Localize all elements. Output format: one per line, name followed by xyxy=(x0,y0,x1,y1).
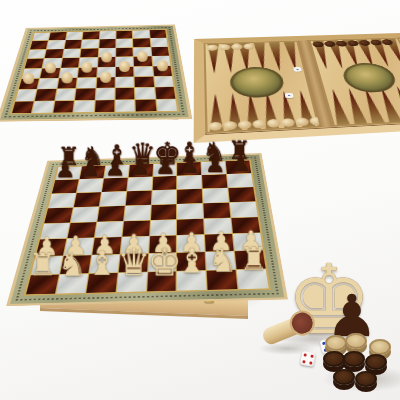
product-photo-scene: ♜♞♝♛♚♝♞♜♟♟♟♟♟♟♟♟♟♟♟♟♟♟♟♟♜♞♝♛♚♝♞♜ ♚ ♟ xyxy=(0,0,400,400)
light-backgammon-checker[interactable] xyxy=(252,120,266,129)
die-red[interactable] xyxy=(300,351,316,367)
white-rook[interactable]: ♜ xyxy=(27,243,57,288)
board-die[interactable] xyxy=(293,67,302,72)
dark-backgammon-checker[interactable] xyxy=(381,39,394,45)
light-backgammon-checker[interactable] xyxy=(219,44,231,50)
light-backgammon-checker[interactable] xyxy=(231,44,243,50)
light-backgammon-checker[interactable] xyxy=(295,117,310,126)
checkers-cluster xyxy=(328,328,398,388)
chess-board: ♜♞♝♛♚♝♞♜♟♟♟♟♟♟♟♟♟♟♟♟♟♟♟♟♜♞♝♛♚♝♞♜ xyxy=(6,153,288,306)
light-checker[interactable] xyxy=(345,333,367,349)
white-knight[interactable]: ♞ xyxy=(208,238,239,283)
dark-checker[interactable] xyxy=(343,351,365,367)
light-checker-knob[interactable] xyxy=(61,72,73,84)
light-checker-knob[interactable] xyxy=(100,72,112,84)
white-knight[interactable]: ♞ xyxy=(57,242,87,287)
dark-backgammon-checker[interactable] xyxy=(324,41,337,47)
dark-checker[interactable] xyxy=(365,354,387,370)
dark-backgammon-checker[interactable] xyxy=(358,40,371,46)
checkers-board xyxy=(0,25,193,122)
light-checker-knob[interactable] xyxy=(23,73,34,84)
light-backgammon-checker[interactable] xyxy=(281,118,296,127)
light-checker-knob[interactable] xyxy=(82,62,93,73)
light-backgammon-checker[interactable] xyxy=(238,120,252,129)
dark-checker[interactable] xyxy=(355,371,377,387)
dark-checker[interactable] xyxy=(333,369,355,385)
white-rook[interactable]: ♜ xyxy=(238,237,269,282)
light-checker[interactable] xyxy=(369,339,391,355)
dark-checker[interactable] xyxy=(323,351,345,367)
light-backgammon-checker[interactable] xyxy=(266,119,281,128)
white-bishop[interactable]: ♝ xyxy=(177,239,208,284)
white-queen[interactable]: ♛ xyxy=(117,241,147,286)
light-backgammon-checker[interactable] xyxy=(209,122,223,131)
dark-backgammon-checker[interactable] xyxy=(312,41,325,47)
dark-backgammon-checker[interactable] xyxy=(335,41,348,47)
light-backgammon-checker[interactable] xyxy=(206,44,218,50)
light-checker-knob[interactable] xyxy=(157,60,168,71)
dark-backgammon-checker[interactable] xyxy=(347,40,360,46)
light-checker[interactable] xyxy=(325,335,347,351)
board-die[interactable] xyxy=(284,93,293,98)
white-bishop[interactable]: ♝ xyxy=(87,241,117,286)
backgammon-board xyxy=(194,33,400,143)
light-checker-knob[interactable] xyxy=(119,61,130,72)
light-backgammon-checker[interactable] xyxy=(223,121,237,130)
light-checker-knob[interactable] xyxy=(45,62,56,73)
backgammon-point[interactable] xyxy=(269,42,286,71)
light-backgammon-checker[interactable] xyxy=(243,43,255,49)
white-king[interactable]: ♚ xyxy=(147,240,177,285)
